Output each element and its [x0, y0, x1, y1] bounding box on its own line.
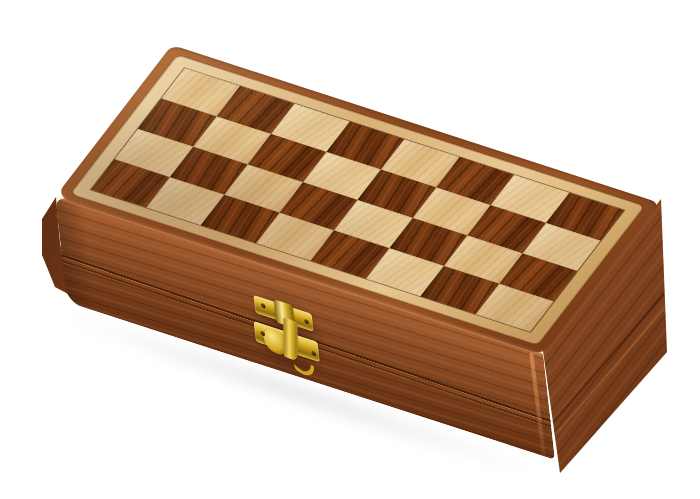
right-face-seam: [555, 302, 669, 434]
clasp-latch: [250, 290, 326, 384]
chess-box-photo: [0, 0, 700, 499]
